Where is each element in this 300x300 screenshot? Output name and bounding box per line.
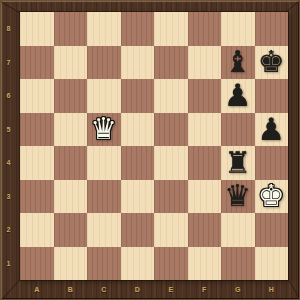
square-f3[interactable] xyxy=(188,180,222,214)
rank-labels: 87654321 xyxy=(1,12,16,280)
square-c7[interactable] xyxy=(87,46,121,80)
square-g5[interactable] xyxy=(221,113,255,147)
file-label-e: E xyxy=(154,280,188,299)
square-e2[interactable] xyxy=(154,213,188,247)
file-label-f: F xyxy=(188,280,222,299)
piece-black-rook-g4[interactable]: ♜ xyxy=(224,148,251,178)
square-a5[interactable] xyxy=(20,113,54,147)
rank-label-2: 2 xyxy=(1,213,16,247)
square-a7[interactable] xyxy=(20,46,54,80)
square-d6[interactable] xyxy=(121,79,155,113)
square-c2[interactable] xyxy=(87,213,121,247)
rank-label-7: 7 xyxy=(1,46,16,80)
file-labels: ABCDEFGH xyxy=(20,280,288,299)
rank-label-5: 5 xyxy=(1,113,16,147)
square-e1[interactable] xyxy=(154,247,188,281)
square-b2[interactable] xyxy=(54,213,88,247)
square-e4[interactable] xyxy=(154,146,188,180)
square-f1[interactable] xyxy=(188,247,222,281)
rank-label-8: 8 xyxy=(1,12,16,46)
square-g6[interactable]: ♟ xyxy=(221,79,255,113)
rank-label-1: 1 xyxy=(1,247,16,281)
square-h5[interactable]: ♟ xyxy=(255,113,289,147)
square-h2[interactable] xyxy=(255,213,289,247)
piece-black-pawn-g6[interactable]: ♟ xyxy=(224,80,252,111)
square-f8[interactable] xyxy=(188,12,222,46)
piece-white-king-h3[interactable]: ♚ xyxy=(258,181,285,211)
square-c8[interactable] xyxy=(87,12,121,46)
square-g4[interactable]: ♜ xyxy=(221,146,255,180)
square-b1[interactable] xyxy=(54,247,88,281)
square-c1[interactable] xyxy=(87,247,121,281)
square-f6[interactable] xyxy=(188,79,222,113)
piece-black-king-h7[interactable]: ♚ xyxy=(258,47,285,77)
square-h6[interactable] xyxy=(255,79,289,113)
square-h3[interactable]: ♚ xyxy=(255,180,289,214)
square-h1[interactable] xyxy=(255,247,289,281)
file-label-d: D xyxy=(121,280,155,299)
piece-black-bishop-g7[interactable]: ♝ xyxy=(224,47,251,77)
square-e5[interactable] xyxy=(154,113,188,147)
square-a6[interactable] xyxy=(20,79,54,113)
square-f5[interactable] xyxy=(188,113,222,147)
square-h4[interactable] xyxy=(255,146,289,180)
square-g3[interactable]: ♛ xyxy=(221,180,255,214)
piece-black-queen-g3[interactable]: ♛ xyxy=(224,181,251,211)
file-label-g: G xyxy=(221,280,255,299)
square-d7[interactable] xyxy=(121,46,155,80)
piece-white-queen-c5[interactable]: ♛ xyxy=(90,114,117,144)
square-d8[interactable] xyxy=(121,12,155,46)
file-label-a: A xyxy=(20,280,54,299)
rank-label-3: 3 xyxy=(1,180,16,214)
square-f7[interactable] xyxy=(188,46,222,80)
piece-black-pawn-h5[interactable]: ♟ xyxy=(257,114,285,145)
square-d2[interactable] xyxy=(121,213,155,247)
square-a3[interactable] xyxy=(20,180,54,214)
square-d4[interactable] xyxy=(121,146,155,180)
square-e6[interactable] xyxy=(154,79,188,113)
square-c5[interactable]: ♛ xyxy=(87,113,121,147)
file-label-h: H xyxy=(255,280,289,299)
frame-miter-seam xyxy=(286,0,300,12)
rank-label-6: 6 xyxy=(1,79,16,113)
frame-miter-seam xyxy=(1,278,21,300)
square-d5[interactable] xyxy=(121,113,155,147)
square-d1[interactable] xyxy=(121,247,155,281)
square-h7[interactable]: ♚ xyxy=(255,46,289,80)
square-e8[interactable] xyxy=(154,12,188,46)
square-g1[interactable] xyxy=(221,247,255,281)
square-b6[interactable] xyxy=(54,79,88,113)
chess-board: ♝♚♟♛♟♜♛♚ xyxy=(20,12,288,280)
chessboard-frame: 87654321 ♝♚♟♛♟♜♛♚ ABCDEFGH xyxy=(0,0,300,300)
square-e7[interactable] xyxy=(154,46,188,80)
frame-miter-seam xyxy=(287,277,300,300)
square-g8[interactable] xyxy=(221,12,255,46)
square-b8[interactable] xyxy=(54,12,88,46)
file-label-c: C xyxy=(87,280,121,299)
square-c3[interactable] xyxy=(87,180,121,214)
rank-label-4: 4 xyxy=(1,146,16,180)
square-e3[interactable] xyxy=(154,180,188,214)
file-label-b: B xyxy=(54,280,88,299)
square-d3[interactable] xyxy=(121,180,155,214)
square-b3[interactable] xyxy=(54,180,88,214)
square-b5[interactable] xyxy=(54,113,88,147)
square-f4[interactable] xyxy=(188,146,222,180)
square-a2[interactable] xyxy=(20,213,54,247)
square-a4[interactable] xyxy=(20,146,54,180)
square-b4[interactable] xyxy=(54,146,88,180)
square-a1[interactable] xyxy=(20,247,54,281)
square-c6[interactable] xyxy=(87,79,121,113)
square-h8[interactable] xyxy=(255,12,289,46)
square-b7[interactable] xyxy=(54,46,88,80)
square-g7[interactable]: ♝ xyxy=(221,46,255,80)
square-a8[interactable] xyxy=(20,12,54,46)
square-c4[interactable] xyxy=(87,146,121,180)
square-g2[interactable] xyxy=(221,213,255,247)
square-f2[interactable] xyxy=(188,213,222,247)
